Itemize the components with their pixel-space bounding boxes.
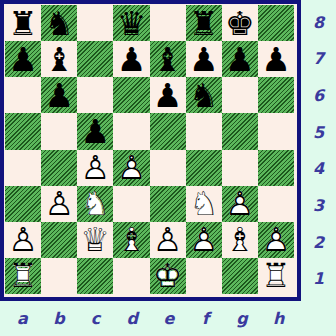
white-king-e1: ♚♔ bbox=[153, 259, 183, 292]
rank-label-5: 5 bbox=[301, 114, 336, 151]
white-piece-outline: ♖ bbox=[8, 259, 38, 292]
square-c5[interactable]: ♟ bbox=[77, 113, 113, 149]
file-label-b: b bbox=[41, 301, 78, 336]
white-piece-outline: ♗ bbox=[225, 223, 255, 256]
black-bishop-b7: ♝ bbox=[44, 43, 74, 76]
square-a7[interactable]: ♟ bbox=[5, 41, 41, 77]
square-d5[interactable] bbox=[113, 113, 149, 149]
black-piece-glyph: ♝ bbox=[153, 43, 183, 76]
square-c3[interactable]: ♞♘ bbox=[77, 186, 113, 222]
square-f1[interactable] bbox=[186, 258, 222, 294]
chess-board-screenshot: ♜♞♛♜♚♟♝♟♝♟♟♟♟♟♞♟♟♙♟♙♟♙♞♘♞♘♟♙♟♙♛♕♝♗♟♙♟♙♝♗… bbox=[0, 0, 336, 336]
black-piece-glyph: ♟ bbox=[8, 43, 38, 76]
black-piece-glyph: ♜ bbox=[189, 7, 219, 40]
square-f3[interactable]: ♞♘ bbox=[186, 186, 222, 222]
black-pawn-g7: ♟ bbox=[225, 43, 255, 76]
square-e2[interactable]: ♟♙ bbox=[150, 222, 186, 258]
file-label-c: c bbox=[77, 301, 114, 336]
black-knight-b8: ♞ bbox=[44, 7, 74, 40]
square-h3[interactable] bbox=[258, 186, 294, 222]
white-pawn-d4: ♟♙ bbox=[117, 151, 147, 184]
square-h4[interactable] bbox=[258, 150, 294, 186]
square-a6[interactable] bbox=[5, 77, 41, 113]
white-piece-outline: ♘ bbox=[189, 187, 219, 220]
white-knight-c3: ♞♘ bbox=[81, 187, 111, 220]
square-e8[interactable] bbox=[150, 5, 186, 41]
square-g8[interactable]: ♚ bbox=[222, 5, 258, 41]
rank-label-6: 6 bbox=[301, 77, 336, 114]
square-b6[interactable]: ♟ bbox=[41, 77, 77, 113]
square-b5[interactable] bbox=[41, 113, 77, 149]
square-b3[interactable]: ♟♙ bbox=[41, 186, 77, 222]
square-b7[interactable]: ♝ bbox=[41, 41, 77, 77]
square-f8[interactable]: ♜ bbox=[186, 5, 222, 41]
white-piece-outline: ♙ bbox=[261, 223, 291, 256]
white-piece-outline: ♗ bbox=[117, 223, 147, 256]
black-king-g8: ♚ bbox=[225, 7, 255, 40]
square-d1[interactable] bbox=[113, 258, 149, 294]
white-piece-outline: ♙ bbox=[117, 151, 147, 184]
black-bishop-e7: ♝ bbox=[153, 43, 183, 76]
white-pawn-g3: ♟♙ bbox=[225, 187, 255, 220]
black-piece-glyph: ♝ bbox=[44, 43, 74, 76]
square-g3[interactable]: ♟♙ bbox=[222, 186, 258, 222]
square-d6[interactable] bbox=[113, 77, 149, 113]
board-frame: ♜♞♛♜♚♟♝♟♝♟♟♟♟♟♞♟♟♙♟♙♟♙♞♘♞♘♟♙♟♙♛♕♝♗♟♙♟♙♝♗… bbox=[0, 0, 301, 301]
black-queen-d8: ♛ bbox=[117, 7, 147, 40]
black-pawn-f7: ♟ bbox=[189, 43, 219, 76]
rank-label-4: 4 bbox=[301, 151, 336, 188]
white-piece-outline: ♔ bbox=[153, 259, 183, 292]
square-e6[interactable]: ♟ bbox=[150, 77, 186, 113]
file-label-g: g bbox=[224, 301, 261, 336]
square-b2[interactable] bbox=[41, 222, 77, 258]
square-g5[interactable] bbox=[222, 113, 258, 149]
rank-label-1: 1 bbox=[301, 260, 336, 297]
white-pawn-e2: ♟♙ bbox=[153, 223, 183, 256]
square-e4[interactable] bbox=[150, 150, 186, 186]
black-knight-f6: ♞ bbox=[189, 79, 219, 112]
square-h8[interactable] bbox=[258, 5, 294, 41]
black-piece-glyph: ♟ bbox=[189, 43, 219, 76]
rank-label-2: 2 bbox=[301, 224, 336, 261]
square-f5[interactable] bbox=[186, 113, 222, 149]
white-piece-outline: ♙ bbox=[81, 151, 111, 184]
file-label-e: e bbox=[151, 301, 188, 336]
white-bishop-d2: ♝♗ bbox=[117, 223, 147, 256]
square-c8[interactable] bbox=[77, 5, 113, 41]
black-piece-glyph: ♟ bbox=[225, 43, 255, 76]
white-piece-outline: ♙ bbox=[225, 187, 255, 220]
black-piece-glyph: ♚ bbox=[225, 7, 255, 40]
square-f4[interactable] bbox=[186, 150, 222, 186]
chess-board: ♜♞♛♜♚♟♝♟♝♟♟♟♟♟♞♟♟♙♟♙♟♙♞♘♞♘♟♙♟♙♛♕♝♗♟♙♟♙♝♗… bbox=[5, 5, 294, 294]
square-e5[interactable] bbox=[150, 113, 186, 149]
square-c1[interactable] bbox=[77, 258, 113, 294]
black-piece-glyph: ♟ bbox=[153, 79, 183, 112]
black-piece-glyph: ♜ bbox=[8, 7, 38, 40]
square-d7[interactable]: ♟ bbox=[113, 41, 149, 77]
square-b8[interactable]: ♞ bbox=[41, 5, 77, 41]
square-b1[interactable] bbox=[41, 258, 77, 294]
white-pawn-f2: ♟♙ bbox=[189, 223, 219, 256]
white-piece-outline: ♙ bbox=[8, 223, 38, 256]
square-g4[interactable] bbox=[222, 150, 258, 186]
white-piece-outline: ♙ bbox=[153, 223, 183, 256]
white-piece-outline: ♖ bbox=[261, 259, 291, 292]
black-pawn-b6: ♟ bbox=[44, 79, 74, 112]
square-a4[interactable] bbox=[5, 150, 41, 186]
rank-label-8: 8 bbox=[301, 4, 336, 41]
black-piece-glyph: ♟ bbox=[117, 43, 147, 76]
black-pawn-h7: ♟ bbox=[261, 43, 291, 76]
file-label-a: a bbox=[4, 301, 41, 336]
board-inner-margin: ♜♞♛♜♚♟♝♟♝♟♟♟♟♟♞♟♟♙♟♙♟♙♞♘♞♘♟♙♟♙♛♕♝♗♟♙♟♙♝♗… bbox=[4, 4, 297, 297]
white-pawn-b3: ♟♙ bbox=[44, 187, 74, 220]
white-rook-h1: ♜♖ bbox=[261, 259, 291, 292]
square-g1[interactable] bbox=[222, 258, 258, 294]
square-h5[interactable] bbox=[258, 113, 294, 149]
file-coordinates: abcdefgh bbox=[4, 301, 297, 336]
black-pawn-e6: ♟ bbox=[153, 79, 183, 112]
square-c6[interactable] bbox=[77, 77, 113, 113]
white-rook-a1: ♜♖ bbox=[8, 259, 38, 292]
square-e7[interactable]: ♝ bbox=[150, 41, 186, 77]
white-piece-outline: ♙ bbox=[189, 223, 219, 256]
square-a5[interactable] bbox=[5, 113, 41, 149]
file-label-h: h bbox=[260, 301, 297, 336]
black-pawn-d7: ♟ bbox=[117, 43, 147, 76]
square-f6[interactable]: ♞ bbox=[186, 77, 222, 113]
black-pawn-c5: ♟ bbox=[81, 115, 111, 148]
square-e1[interactable]: ♚♔ bbox=[150, 258, 186, 294]
white-piece-outline: ♘ bbox=[81, 187, 111, 220]
square-c4[interactable]: ♟♙ bbox=[77, 150, 113, 186]
square-h6[interactable] bbox=[258, 77, 294, 113]
black-piece-glyph: ♞ bbox=[44, 7, 74, 40]
black-rook-f8: ♜ bbox=[189, 7, 219, 40]
square-g6[interactable] bbox=[222, 77, 258, 113]
square-e3[interactable] bbox=[150, 186, 186, 222]
white-queen-c2: ♛♕ bbox=[81, 223, 111, 256]
rank-coordinates: 87654321 bbox=[301, 4, 336, 297]
black-rook-a8: ♜ bbox=[8, 7, 38, 40]
file-label-d: d bbox=[114, 301, 151, 336]
black-piece-glyph: ♞ bbox=[189, 79, 219, 112]
black-piece-glyph: ♟ bbox=[81, 115, 111, 148]
square-d4[interactable]: ♟♙ bbox=[113, 150, 149, 186]
white-knight-f3: ♞♘ bbox=[189, 187, 219, 220]
square-g2[interactable]: ♝♗ bbox=[222, 222, 258, 258]
white-piece-outline: ♙ bbox=[44, 187, 74, 220]
white-pawn-c4: ♟♙ bbox=[81, 151, 111, 184]
square-c2[interactable]: ♛♕ bbox=[77, 222, 113, 258]
black-piece-glyph: ♛ bbox=[117, 7, 147, 40]
square-h2[interactable]: ♟♙ bbox=[258, 222, 294, 258]
rank-label-3: 3 bbox=[301, 187, 336, 224]
square-d8[interactable]: ♛ bbox=[113, 5, 149, 41]
square-h1[interactable]: ♜♖ bbox=[258, 258, 294, 294]
square-c7[interactable] bbox=[77, 41, 113, 77]
square-h7[interactable]: ♟ bbox=[258, 41, 294, 77]
black-pawn-a7: ♟ bbox=[8, 43, 38, 76]
square-a1[interactable]: ♜♖ bbox=[5, 258, 41, 294]
square-a3[interactable] bbox=[5, 186, 41, 222]
black-piece-glyph: ♟ bbox=[44, 79, 74, 112]
black-piece-glyph: ♟ bbox=[261, 43, 291, 76]
square-f2[interactable]: ♟♙ bbox=[186, 222, 222, 258]
square-g7[interactable]: ♟ bbox=[222, 41, 258, 77]
white-pawn-h2: ♟♙ bbox=[261, 223, 291, 256]
white-pawn-a2: ♟♙ bbox=[8, 223, 38, 256]
rank-label-7: 7 bbox=[301, 41, 336, 78]
white-bishop-g2: ♝♗ bbox=[225, 223, 255, 256]
square-a8[interactable]: ♜ bbox=[5, 5, 41, 41]
file-label-f: f bbox=[187, 301, 224, 336]
white-piece-outline: ♕ bbox=[81, 223, 111, 256]
square-f7[interactable]: ♟ bbox=[186, 41, 222, 77]
square-a2[interactable]: ♟♙ bbox=[5, 222, 41, 258]
square-b4[interactable] bbox=[41, 150, 77, 186]
square-d2[interactable]: ♝♗ bbox=[113, 222, 149, 258]
square-d3[interactable] bbox=[113, 186, 149, 222]
